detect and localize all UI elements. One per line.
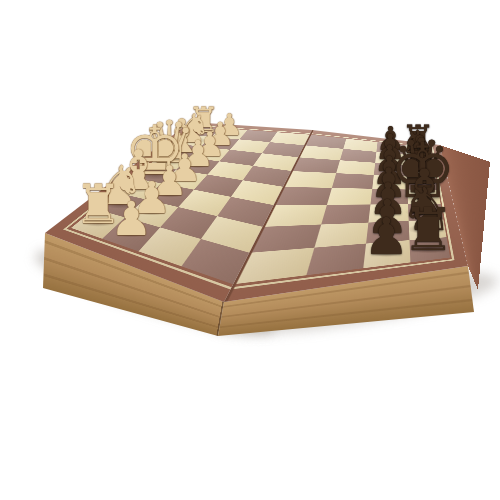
square-f6 <box>321 204 370 224</box>
square-f5 <box>265 205 327 227</box>
square-f8 <box>408 204 443 221</box>
square-h6 <box>306 244 366 276</box>
square-e8 <box>407 190 440 205</box>
square-h5 <box>236 248 314 284</box>
chess-set-photo: ♜♟♟♜♞♟♟♞♝♟♟♝♛♟♟♛♚♟♟♚♝♟♟♝♞♟♟♞♜♟♟♜ <box>0 0 500 500</box>
square-d7 <box>372 175 407 190</box>
square-d5 <box>285 171 336 188</box>
square-e5 <box>276 187 332 205</box>
square-h7 <box>363 240 410 268</box>
square-f7 <box>368 204 408 222</box>
square-h8 <box>409 237 450 262</box>
square-d6 <box>332 173 374 189</box>
square-d8 <box>407 177 438 191</box>
square-e7 <box>370 189 408 205</box>
square-e6 <box>327 188 372 205</box>
